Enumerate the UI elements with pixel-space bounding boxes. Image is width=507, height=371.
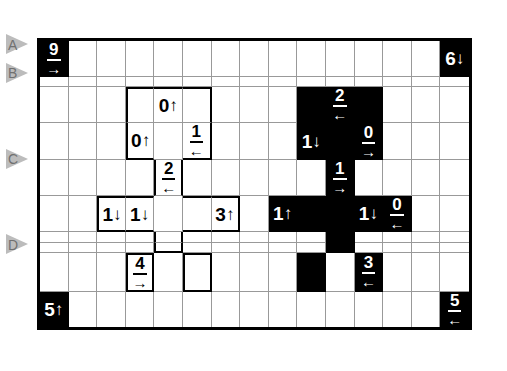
clue-number: 2	[333, 87, 346, 107]
cell-r7c0[interactable]	[40, 243, 69, 253]
cell-r9c3[interactable]	[126, 292, 155, 327]
cell-r8c8[interactable]	[269, 253, 298, 292]
clue-3-up: 3↑	[215, 205, 234, 224]
cell-r0c4[interactable]	[154, 41, 183, 77]
cell-r5c8[interactable]: 1↑	[269, 196, 298, 232]
clue-6-down: 6↓	[445, 49, 464, 68]
cell-r0c0[interactable]: 9→	[40, 41, 69, 77]
clue-number: 3	[362, 254, 375, 274]
clue-0-up: 0↑	[159, 96, 178, 115]
arrow-right-icon: →	[46, 61, 61, 76]
clue-1-down: 1↓	[302, 132, 321, 151]
cell-r2c8[interactable]	[269, 87, 298, 123]
yajilin-board: 9→6↓0↑2←0↑1←1↓0→2←1→1↓1↓3↑1↑1↓0←4→3←5↑5←	[37, 38, 472, 330]
cell-r5c10[interactable]	[326, 196, 355, 232]
arrow-left-icon: ←	[161, 180, 176, 195]
cell-r5c11[interactable]: 1↓	[355, 196, 384, 232]
arrow-down-icon: ↓	[312, 133, 321, 150]
cell-r6c4[interactable]	[154, 232, 183, 242]
cell-r1c14[interactable]	[440, 77, 469, 87]
cell-r6c14[interactable]	[440, 232, 469, 242]
clue-number: 1	[333, 160, 346, 180]
cell-r6c8[interactable]	[269, 232, 298, 242]
cell-r3c10[interactable]	[326, 123, 355, 160]
row-marker-label: C	[8, 151, 18, 167]
cell-r4c12[interactable]	[383, 160, 412, 196]
cell-r7c4[interactable]	[154, 243, 183, 253]
clue-1-right: 1→	[332, 160, 347, 195]
cell-r3c1[interactable]	[69, 123, 98, 160]
clue-number: 5	[448, 292, 461, 312]
puzzle-page: ABCD 9→6↓0↑2←0↑1←1↓0→2←1→1↓1↓3↑1↑1↓0←4→3…	[0, 0, 507, 371]
cell-r4c10[interactable]: 1→	[326, 160, 355, 196]
cell-r9c6[interactable]	[212, 292, 241, 327]
arrow-up-icon: ↑	[226, 206, 235, 223]
arrow-down-icon: ↓	[113, 206, 122, 223]
cell-r5c5[interactable]	[183, 196, 212, 232]
cell-r0c1[interactable]	[69, 41, 98, 77]
cell-r4c13[interactable]	[412, 160, 441, 196]
cell-r4c1[interactable]	[69, 160, 98, 196]
cell-r3c4[interactable]	[154, 123, 183, 160]
clue-number: 1	[102, 205, 113, 224]
clue-1-left: 1←	[189, 123, 204, 158]
cell-r3c2[interactable]	[97, 123, 126, 160]
cell-r9c5[interactable]	[183, 292, 212, 327]
clue-2-left: 2←	[332, 87, 347, 122]
cell-r4c7[interactable]	[240, 160, 269, 196]
cell-r4c3[interactable]	[126, 160, 155, 196]
cell-r6c2[interactable]	[97, 232, 126, 242]
cell-r3c6[interactable]	[212, 123, 241, 160]
cell-r8c6[interactable]	[212, 253, 241, 292]
clue-number: 6	[445, 49, 456, 68]
clue-number: 1	[130, 205, 141, 224]
cell-r4c4[interactable]: 2←	[154, 160, 183, 196]
arrow-left-icon: ←	[189, 143, 204, 158]
cell-r6c9[interactable]	[297, 232, 326, 242]
cell-r7c1[interactable]	[69, 243, 98, 253]
cell-r4c14[interactable]	[440, 160, 469, 196]
arrow-left-icon: ←	[332, 107, 347, 122]
cell-r0c8[interactable]	[269, 41, 298, 77]
cell-r3c12[interactable]	[383, 123, 412, 160]
clue-5-left: 5←	[447, 292, 462, 327]
cell-r4c5[interactable]	[183, 160, 212, 196]
cell-r9c2[interactable]	[97, 292, 126, 327]
cell-r0c14[interactable]: 6↓	[440, 41, 469, 77]
cell-r6c6[interactable]	[212, 232, 241, 242]
cell-r9c11[interactable]	[355, 292, 384, 327]
cell-r3c9[interactable]: 1↓	[297, 123, 326, 160]
cell-r0c3[interactable]	[126, 41, 155, 77]
cell-r7c9[interactable]	[297, 243, 326, 253]
cell-r2c4[interactable]: 0↑	[154, 87, 183, 123]
cell-r6c13[interactable]	[412, 232, 441, 242]
cell-r1c7[interactable]	[240, 77, 269, 87]
clue-number: 0	[159, 96, 170, 115]
cell-r6c0[interactable]	[40, 232, 69, 242]
cell-r1c3[interactable]	[126, 77, 155, 87]
cell-r7c12[interactable]	[383, 243, 412, 253]
cell-r9c8[interactable]	[269, 292, 298, 327]
cell-r0c12[interactable]	[383, 41, 412, 77]
cell-r7c11[interactable]	[355, 243, 384, 253]
cell-r5c7[interactable]	[240, 196, 269, 232]
cell-r8c9[interactable]	[297, 253, 326, 292]
cell-r2c5[interactable]	[183, 87, 212, 123]
cell-r2c2[interactable]	[97, 87, 126, 123]
cell-r0c6[interactable]	[212, 41, 241, 77]
cell-r5c4[interactable]	[154, 196, 183, 232]
clue-number: 9	[47, 41, 60, 61]
row-marker-label: D	[8, 237, 18, 253]
clue-1-down: 1↓	[359, 204, 378, 223]
cell-r6c7[interactable]	[240, 232, 269, 242]
cell-r6c5[interactable]	[183, 232, 212, 242]
cell-r0c9[interactable]	[297, 41, 326, 77]
clue-0-right: 0→	[361, 124, 376, 159]
arrow-up-icon: ↑	[169, 97, 178, 114]
clue-2-left: 2←	[161, 160, 176, 195]
cell-r2c11[interactable]	[355, 87, 384, 123]
clue-0-up: 0↑	[131, 131, 150, 150]
cell-r7c13[interactable]	[412, 243, 441, 253]
clue-1-up: 1↑	[273, 204, 292, 223]
cell-r4c0[interactable]	[40, 160, 69, 196]
cell-r0c10[interactable]	[326, 41, 355, 77]
cell-r5c13[interactable]	[412, 196, 441, 232]
clue-1-down: 1↓	[130, 205, 149, 224]
cell-r2c6[interactable]	[212, 87, 241, 123]
cell-r8c12[interactable]	[383, 253, 412, 292]
cell-r2c9[interactable]	[297, 87, 326, 123]
cell-r8c7[interactable]	[240, 253, 269, 292]
cell-r5c14[interactable]	[440, 196, 469, 232]
cell-r3c0[interactable]	[40, 123, 69, 160]
arrow-down-icon: ↓	[141, 206, 150, 223]
cell-r1c0[interactable]	[40, 77, 69, 87]
clue-0-left: 0←	[389, 196, 404, 231]
cell-r1c8[interactable]	[269, 77, 298, 87]
cell-r4c6[interactable]	[212, 160, 241, 196]
clue-number: 2	[162, 160, 175, 180]
cell-r2c1[interactable]	[69, 87, 98, 123]
cell-r1c4[interactable]	[154, 77, 183, 87]
cell-r1c6[interactable]	[212, 77, 241, 87]
clue-4-right: 4→	[133, 255, 148, 290]
cell-r5c0[interactable]	[40, 196, 69, 232]
cell-r8c13[interactable]	[412, 253, 441, 292]
cell-r7c3[interactable]	[126, 243, 155, 253]
cell-r0c13[interactable]	[412, 41, 441, 77]
cell-r5c1[interactable]	[69, 196, 98, 232]
cell-r9c9[interactable]	[297, 292, 326, 327]
cell-r1c9[interactable]	[297, 77, 326, 87]
cell-r5c9[interactable]	[297, 196, 326, 232]
clue-9-right: 9→	[46, 41, 61, 76]
cell-r8c1[interactable]	[69, 253, 98, 292]
row-marker-c: C	[6, 149, 30, 170]
row-marker-b: B	[6, 63, 30, 84]
clue-number: 5	[44, 300, 55, 319]
cell-r7c6[interactable]	[212, 243, 241, 253]
row-marker-a: A	[6, 34, 30, 55]
cell-r1c11[interactable]	[355, 77, 384, 87]
cell-r8c2[interactable]	[97, 253, 126, 292]
arrow-up-icon: ↑	[284, 205, 293, 222]
cell-r4c2[interactable]	[97, 160, 126, 196]
clue-number: 3	[215, 205, 226, 224]
cell-r2c10[interactable]: 2←	[326, 87, 355, 123]
cell-r5c6[interactable]: 3↑	[212, 196, 241, 232]
cell-r2c14[interactable]	[440, 87, 469, 123]
cell-r8c10[interactable]	[326, 253, 355, 292]
row-marker-d: D	[6, 234, 30, 255]
cell-r9c1[interactable]	[69, 292, 98, 327]
cell-r1c13[interactable]	[412, 77, 441, 87]
clue-number: 0	[131, 131, 142, 150]
clue-number: 1	[359, 204, 370, 223]
cell-r3c8[interactable]	[269, 123, 298, 160]
arrow-right-icon: →	[332, 180, 347, 195]
cell-r9c0[interactable]: 5↑	[40, 292, 69, 327]
clue-number: 1	[302, 132, 313, 151]
cell-r7c5[interactable]	[183, 243, 212, 253]
cell-r2c3[interactable]	[126, 87, 155, 123]
arrow-down-icon: ↓	[456, 50, 465, 67]
clue-number: 1	[190, 123, 203, 143]
cell-r9c14[interactable]: 5←	[440, 292, 469, 327]
cell-r6c10[interactable]	[326, 232, 355, 242]
arrow-up-icon: ↑	[142, 132, 151, 149]
cell-r8c0[interactable]	[40, 253, 69, 292]
arrow-right-icon: →	[133, 275, 148, 290]
cell-r4c9[interactable]	[297, 160, 326, 196]
cell-r8c11[interactable]: 3←	[355, 253, 384, 292]
cell-r0c2[interactable]	[97, 41, 126, 77]
clue-1-down: 1↓	[102, 205, 121, 224]
clue-3-left: 3←	[361, 254, 376, 289]
cell-r5c2[interactable]: 1↓	[97, 196, 126, 232]
cell-r4c8[interactable]	[269, 160, 298, 196]
cell-r3c5[interactable]: 1←	[183, 123, 212, 160]
cell-r5c12[interactable]: 0←	[383, 196, 412, 232]
cell-r7c2[interactable]	[97, 243, 126, 253]
cell-r9c13[interactable]	[412, 292, 441, 327]
cell-r7c8[interactable]	[269, 243, 298, 253]
row-marker-label: B	[8, 65, 17, 81]
row-marker-label: A	[8, 37, 17, 53]
cell-r5c3[interactable]: 1↓	[126, 196, 155, 232]
cell-r1c12[interactable]	[383, 77, 412, 87]
cell-r2c0[interactable]	[40, 87, 69, 123]
cell-r4c11[interactable]	[355, 160, 384, 196]
arrow-up-icon: ↑	[55, 301, 64, 318]
cell-r6c12[interactable]	[383, 232, 412, 242]
cell-r7c7[interactable]	[240, 243, 269, 253]
cell-r7c14[interactable]	[440, 243, 469, 253]
cell-r3c13[interactable]	[412, 123, 441, 160]
cell-r8c5[interactable]	[183, 253, 212, 292]
arrow-left-icon: ←	[447, 312, 462, 327]
cell-r3c3[interactable]: 0↑	[126, 123, 155, 160]
cell-r2c12[interactable]	[383, 87, 412, 123]
cell-r3c14[interactable]	[440, 123, 469, 160]
arrow-down-icon: ↓	[369, 205, 378, 222]
cell-r9c7[interactable]	[240, 292, 269, 327]
arrow-left-icon: ←	[361, 274, 376, 289]
cell-r9c12[interactable]	[383, 292, 412, 327]
clue-number: 0	[362, 124, 375, 144]
cell-r1c5[interactable]	[183, 77, 212, 87]
cell-r0c11[interactable]	[355, 41, 384, 77]
cell-r9c4[interactable]	[154, 292, 183, 327]
cell-r8c4[interactable]	[154, 253, 183, 292]
cell-r2c13[interactable]	[412, 87, 441, 123]
arrow-right-icon: →	[361, 144, 376, 159]
cell-r0c7[interactable]	[240, 41, 269, 77]
cell-r2c7[interactable]	[240, 87, 269, 123]
cell-r0c5[interactable]	[183, 41, 212, 77]
clue-number: 0	[390, 196, 403, 216]
cell-r3c7[interactable]	[240, 123, 269, 160]
cell-r3c11[interactable]: 0→	[355, 123, 384, 160]
cell-r8c3[interactable]: 4→	[126, 253, 155, 292]
cell-r1c2[interactable]	[97, 77, 126, 87]
cell-r1c1[interactable]	[69, 77, 98, 87]
clue-number: 4	[133, 255, 146, 275]
cell-r9c10[interactable]	[326, 292, 355, 327]
cell-r6c11[interactable]	[355, 232, 384, 242]
arrow-left-icon: ←	[389, 216, 404, 231]
cell-r8c14[interactable]	[440, 253, 469, 292]
cell-r6c3[interactable]	[126, 232, 155, 242]
clue-number: 1	[273, 204, 284, 223]
clue-5-up: 5↑	[44, 300, 63, 319]
cell-r7c10[interactable]	[326, 243, 355, 253]
cell-r6c1[interactable]	[69, 232, 98, 242]
